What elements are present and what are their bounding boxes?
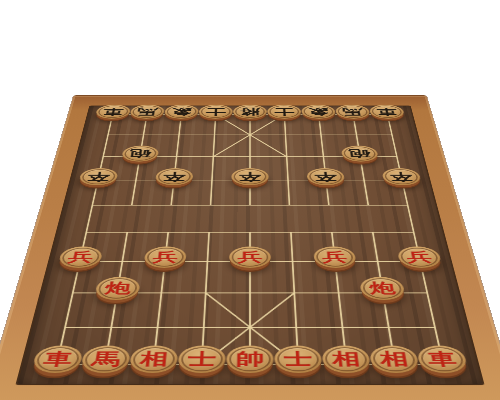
piece-character: 卒 [86,172,111,182]
piece-red-soldier[interactable]: 兵 [143,246,187,267]
piece-character: 兵 [152,251,178,264]
piece-character: 馬 [137,107,159,115]
piece-character: 士 [284,351,313,368]
piece-black-horse[interactable]: 馬 [129,105,165,119]
piece-character: 將 [240,107,260,115]
piece-character: 炮 [368,281,396,295]
piece-black-soldier[interactable]: 卒 [381,168,422,185]
piece-character: 相 [139,351,169,368]
piece-character: 馬 [342,107,364,115]
piece-red-soldier[interactable]: 兵 [57,246,103,267]
piece-red-advisor[interactable]: 士 [177,346,226,374]
piece-black-soldier[interactable]: 卒 [78,168,119,185]
piece-red-elephant[interactable]: 相 [129,346,179,374]
piece-character: 車 [102,107,124,115]
piece-character: 卒 [239,172,261,182]
pieces-layer: 車馬象士將士象馬車砲砲卒卒卒卒卒兵兵兵兵兵炮炮車馬相士帥士相相車 [18,106,483,384]
piece-character: 炮 [104,281,132,295]
piece-red-soldier[interactable]: 兵 [313,246,357,267]
piece-character: 象 [308,107,329,115]
piece-character: 卒 [314,172,337,182]
piece-character: 車 [376,107,398,115]
piece-character: 兵 [237,251,262,264]
piece-character: 象 [171,107,192,115]
piece-red-cannon[interactable]: 炮 [94,277,141,300]
piece-black-soldier[interactable]: 卒 [155,168,194,185]
piece-black-elephant[interactable]: 象 [301,105,336,119]
photo-canvas: 車馬象士將士象馬車砲砲卒卒卒卒卒兵兵兵兵兵炮炮車馬相士帥士相相車 [0,0,500,400]
piece-black-chariot[interactable]: 車 [369,105,406,119]
piece-red-soldier[interactable]: 兵 [396,246,442,267]
piece-character: 兵 [405,251,433,264]
piece-black-soldier[interactable]: 卒 [231,168,269,185]
piece-character: 兵 [67,251,95,264]
piece-black-chariot[interactable]: 車 [95,105,132,119]
piece-red-elephant[interactable]: 相 [369,346,421,374]
piece-character: 砲 [348,149,371,159]
piece-character: 相 [331,351,361,368]
piece-red-horse[interactable]: 馬 [80,346,132,374]
piece-character: 車 [42,351,74,368]
piece-character: 士 [205,107,226,115]
xiangqi-board-frame: 車馬象士將士象馬車砲砲卒卒卒卒卒兵兵兵兵兵炮炮車馬相士帥士相相車 [0,95,500,400]
board-surface[interactable]: 車馬象士將士象馬車砲砲卒卒卒卒卒兵兵兵兵兵炮炮車馬相士帥士相相車 [18,106,483,384]
piece-character: 卒 [163,172,186,182]
piece-red-advisor[interactable]: 士 [274,346,323,374]
piece-character: 馬 [90,351,121,368]
piece-black-cannon[interactable]: 砲 [341,146,379,162]
piece-character: 帥 [236,351,265,368]
piece-red-general[interactable]: 帥 [226,346,274,374]
piece-character: 車 [426,351,458,368]
piece-red-cannon[interactable]: 炮 [359,277,406,300]
piece-black-cannon[interactable]: 砲 [121,146,159,162]
piece-character: 相 [379,351,410,368]
piece-character: 砲 [129,149,152,159]
piece-red-elephant[interactable]: 相 [321,346,371,374]
piece-red-chariot[interactable]: 車 [416,346,469,374]
piece-character: 士 [274,107,295,115]
piece-black-advisor[interactable]: 士 [198,105,232,119]
piece-red-soldier[interactable]: 兵 [229,246,271,267]
piece-black-elephant[interactable]: 象 [164,105,199,119]
piece-character: 卒 [389,172,414,182]
piece-character: 士 [187,351,216,368]
piece-red-chariot[interactable]: 車 [31,346,84,374]
piece-black-soldier[interactable]: 卒 [306,168,345,185]
piece-black-general[interactable]: 將 [233,105,267,119]
piece-black-horse[interactable]: 馬 [335,105,371,119]
piece-character: 兵 [322,251,348,264]
piece-black-advisor[interactable]: 士 [267,105,301,119]
